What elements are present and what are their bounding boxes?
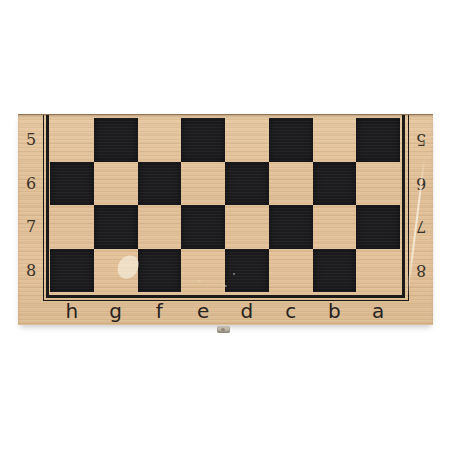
file-label-d: d [225,298,269,324]
square-f5[interactable] [138,118,182,162]
file-label-g: g [94,298,138,324]
rank-label-5-left: 5 [18,118,44,162]
square-g6[interactable] [94,162,138,206]
square-c6[interactable] [269,162,313,206]
square-b7[interactable] [313,205,357,249]
file-label-h: h [50,298,94,324]
rank-label-text: 6 [416,174,426,193]
chessboard: 5678 5678 hgfedcba [18,114,433,325]
rank-labels-right: 5678 [409,118,433,292]
square-a8[interactable] [356,249,400,293]
square-a5[interactable] [356,118,400,162]
rank-labels-left: 5678 [18,118,44,292]
rank-label-text: 5 [26,130,36,149]
rank-label-6-right: 6 [409,162,433,206]
rank-label-8-right: 8 [409,249,433,293]
square-h8[interactable] [50,249,94,293]
square-f7[interactable] [138,205,182,249]
file-labels: hgfedcba [50,298,400,324]
square-d7[interactable] [225,205,269,249]
square-f6[interactable] [138,162,182,206]
square-d8[interactable] [225,249,269,293]
square-h7[interactable] [50,205,94,249]
rank-label-7-right: 7 [409,205,433,249]
rank-label-8-left: 8 [18,249,44,293]
square-e6[interactable] [181,162,225,206]
square-f8[interactable] [138,249,182,293]
squares-grid [50,118,400,292]
photo-background: 5678 5678 hgfedcba [0,0,450,450]
rank-label-text: 8 [416,261,426,280]
rank-label-7-left: 7 [18,205,44,249]
file-label-e: e [181,298,225,324]
square-d5[interactable] [225,118,269,162]
rank-label-text: 5 [416,130,426,149]
square-b8[interactable] [313,249,357,293]
file-label-c: c [269,298,313,324]
square-a7[interactable] [356,205,400,249]
box-clasp-detail [221,328,225,331]
file-label-f: f [138,298,182,324]
square-e7[interactable] [181,205,225,249]
rank-label-text: 8 [26,261,36,280]
square-e8[interactable] [181,249,225,293]
square-g7[interactable] [94,205,138,249]
square-g8[interactable] [94,249,138,293]
rank-label-text: 7 [26,217,36,236]
rank-label-text: 7 [416,217,426,236]
square-b5[interactable] [313,118,357,162]
square-c5[interactable] [269,118,313,162]
file-label-b: b [313,298,357,324]
square-g5[interactable] [94,118,138,162]
rank-label-6-left: 6 [18,162,44,206]
square-d6[interactable] [225,162,269,206]
square-a6[interactable] [356,162,400,206]
square-e5[interactable] [181,118,225,162]
square-b6[interactable] [313,162,357,206]
rank-label-text: 6 [26,174,36,193]
square-h6[interactable] [50,162,94,206]
square-c8[interactable] [269,249,313,293]
rank-label-5-right: 5 [409,118,433,162]
square-h5[interactable] [50,118,94,162]
box-clasp-mark [217,326,230,333]
square-c7[interactable] [269,205,313,249]
file-label-a: a [356,298,400,324]
